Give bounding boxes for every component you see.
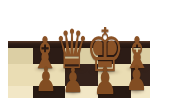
bishop-queenside-shadow	[33, 66, 57, 72]
king-shadow	[89, 69, 122, 75]
pawn-d2-shadow	[64, 89, 83, 95]
square-r0c1	[33, 48, 65, 64]
bishop-kingside-shadow	[125, 66, 149, 72]
square-r0c0	[8, 48, 33, 64]
pawn-c2-shadow	[37, 88, 56, 94]
board-back-rail	[8, 41, 150, 48]
product-photo: ♝♛♚♝♟♟♟♟	[0, 0, 175, 105]
square-r1c0	[8, 64, 33, 86]
pawn-f2-shadow	[126, 88, 145, 94]
square-r0c2	[65, 48, 98, 64]
square-r2c0	[8, 86, 33, 98]
queen-shadow	[57, 67, 87, 73]
square-r0c4	[131, 48, 150, 64]
square-r0c3	[98, 48, 131, 64]
